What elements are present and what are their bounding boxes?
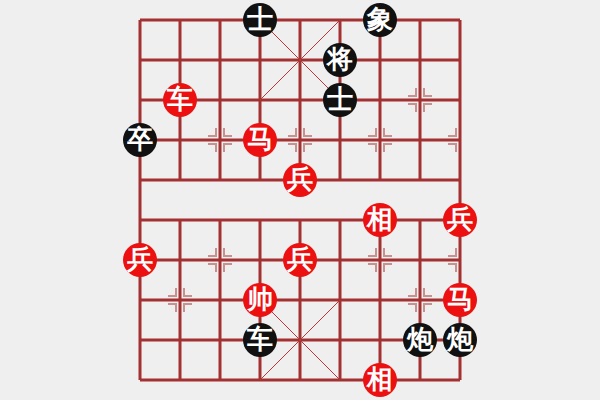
piece-label: 炮	[447, 327, 473, 353]
piece-label: 卒	[127, 127, 153, 153]
red-elephant[interactable]: 相	[363, 363, 397, 397]
black-chariot[interactable]: 车	[243, 323, 277, 357]
black-advisor[interactable]: 士	[243, 3, 277, 37]
piece-label: 兵	[127, 247, 153, 273]
piece-label: 将	[327, 47, 353, 73]
black-cannon[interactable]: 炮	[443, 323, 477, 357]
red-soldier[interactable]: 兵	[283, 243, 317, 277]
piece-label: 兵	[287, 167, 313, 193]
xiangqi-app-canvas: 士象将士卒车炮炮车马兵相兵兵兵帅马相	[0, 0, 600, 400]
piece-label: 士	[327, 87, 353, 113]
red-elephant[interactable]: 相	[363, 203, 397, 237]
red-horse[interactable]: 马	[243, 123, 277, 157]
piece-label: 兵	[447, 207, 473, 233]
piece-label: 士	[247, 7, 273, 33]
xiangqi-board: 士象将士卒车炮炮车马兵相兵兵兵帅马相	[120, 0, 480, 400]
piece-label: 车	[247, 327, 273, 353]
black-soldier[interactable]: 卒	[123, 123, 157, 157]
piece-label: 炮	[407, 327, 433, 353]
black-cannon[interactable]: 炮	[403, 323, 437, 357]
black-general[interactable]: 将	[323, 43, 357, 77]
piece-label: 帅	[247, 287, 273, 313]
piece-label: 马	[247, 127, 273, 153]
piece-label: 车	[167, 87, 193, 113]
piece-label: 相	[367, 207, 393, 233]
black-elephant[interactable]: 象	[363, 3, 397, 37]
red-general[interactable]: 帅	[243, 283, 277, 317]
piece-label: 象	[367, 7, 393, 33]
red-soldier[interactable]: 兵	[283, 163, 317, 197]
red-chariot[interactable]: 车	[163, 83, 197, 117]
red-soldier[interactable]: 兵	[123, 243, 157, 277]
red-horse[interactable]: 马	[443, 283, 477, 317]
piece-label: 马	[447, 287, 473, 313]
piece-label: 兵	[287, 247, 313, 273]
black-advisor[interactable]: 士	[323, 83, 357, 117]
red-soldier[interactable]: 兵	[443, 203, 477, 237]
piece-label: 相	[367, 367, 393, 393]
